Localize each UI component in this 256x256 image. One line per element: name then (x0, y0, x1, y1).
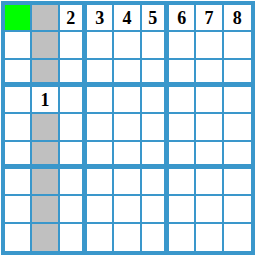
cell-r7c7[interactable] (169, 169, 196, 196)
cell-r7c6[interactable] (142, 169, 169, 196)
cell-r5c2[interactable] (32, 114, 59, 141)
cell-r6c2[interactable] (32, 142, 59, 169)
cell-r7c5[interactable] (114, 169, 141, 196)
cell-r6c6[interactable] (142, 142, 169, 169)
cell-r2c9[interactable] (224, 32, 251, 59)
cell-r2c3[interactable] (60, 32, 87, 59)
cell-r8c6[interactable] (142, 196, 169, 223)
cell-r8c5[interactable] (114, 196, 141, 223)
cell-r9c6[interactable] (142, 224, 169, 251)
cell-r4c8[interactable] (196, 87, 223, 114)
sudoku-board: 23456781 (1, 1, 255, 255)
cell-r9c5[interactable] (114, 224, 141, 251)
cell-r3c3[interactable] (60, 60, 87, 87)
cell-r6c9[interactable] (224, 142, 251, 169)
cell-r1c8[interactable]: 7 (196, 5, 223, 32)
cell-r8c1[interactable] (5, 196, 32, 223)
cell-r3c6[interactable] (142, 60, 169, 87)
cell-r4c4[interactable] (87, 87, 114, 114)
cell-r4c7[interactable] (169, 87, 196, 114)
cell-r5c6[interactable] (142, 114, 169, 141)
cell-r3c2[interactable] (32, 60, 59, 87)
cell-r4c3[interactable] (60, 87, 87, 114)
cell-r2c4[interactable] (87, 32, 114, 59)
cell-r3c5[interactable] (114, 60, 141, 87)
cell-r5c4[interactable] (87, 114, 114, 141)
cell-r9c2[interactable] (32, 224, 59, 251)
digit-r4c2: 1 (40, 91, 49, 109)
cell-r6c3[interactable] (60, 142, 87, 169)
cell-r3c4[interactable] (87, 60, 114, 87)
digit-r1c4: 3 (95, 9, 104, 27)
cell-r9c4[interactable] (87, 224, 114, 251)
cell-r4c1[interactable] (5, 87, 32, 114)
cell-r1c6[interactable]: 5 (142, 5, 169, 32)
cell-r5c5[interactable] (114, 114, 141, 141)
digit-r1c3: 2 (66, 9, 75, 27)
cell-r8c7[interactable] (169, 196, 196, 223)
digit-r1c5: 4 (122, 9, 131, 27)
cell-r7c3[interactable] (60, 169, 87, 196)
cell-r6c1[interactable] (5, 142, 32, 169)
cell-r3c8[interactable] (196, 60, 223, 87)
cell-r5c7[interactable] (169, 114, 196, 141)
cell-r6c8[interactable] (196, 142, 223, 169)
digit-r1c9: 8 (233, 9, 242, 27)
cell-r2c8[interactable] (196, 32, 223, 59)
cell-r8c4[interactable] (87, 196, 114, 223)
cell-r8c9[interactable] (224, 196, 251, 223)
cell-r4c6[interactable] (142, 87, 169, 114)
cell-r1c3[interactable]: 2 (60, 5, 87, 32)
cell-r1c2[interactable] (32, 5, 59, 32)
cell-r6c7[interactable] (169, 142, 196, 169)
cell-r2c2[interactable] (32, 32, 59, 59)
cell-r7c8[interactable] (196, 169, 223, 196)
cell-r5c1[interactable] (5, 114, 32, 141)
cell-r7c2[interactable] (32, 169, 59, 196)
cell-r5c3[interactable] (60, 114, 87, 141)
cell-r4c2[interactable]: 1 (32, 87, 59, 114)
cell-r1c4[interactable]: 3 (87, 5, 114, 32)
cell-r2c7[interactable] (169, 32, 196, 59)
cell-r9c8[interactable] (196, 224, 223, 251)
cell-r5c9[interactable] (224, 114, 251, 141)
cell-r1c5[interactable]: 4 (114, 5, 141, 32)
cell-r6c4[interactable] (87, 142, 114, 169)
cell-r1c7[interactable]: 6 (169, 5, 196, 32)
cell-r4c9[interactable] (224, 87, 251, 114)
cell-r4c5[interactable] (114, 87, 141, 114)
cell-r6c5[interactable] (114, 142, 141, 169)
cell-r7c9[interactable] (224, 169, 251, 196)
cell-r8c2[interactable] (32, 196, 59, 223)
cell-r2c5[interactable] (114, 32, 141, 59)
cell-r5c8[interactable] (196, 114, 223, 141)
cell-r7c1[interactable] (5, 169, 32, 196)
cell-r2c1[interactable] (5, 32, 32, 59)
cell-r2c6[interactable] (142, 32, 169, 59)
cell-r8c3[interactable] (60, 196, 87, 223)
cell-r9c7[interactable] (169, 224, 196, 251)
cell-r1c1[interactable] (5, 5, 32, 32)
cell-r9c3[interactable] (60, 224, 87, 251)
digit-r1c8: 7 (204, 9, 213, 27)
cell-r9c9[interactable] (224, 224, 251, 251)
cell-r1c9[interactable]: 8 (224, 5, 251, 32)
cell-r8c8[interactable] (196, 196, 223, 223)
cell-r3c9[interactable] (224, 60, 251, 87)
cell-r7c4[interactable] (87, 169, 114, 196)
digit-r1c7: 6 (177, 9, 186, 27)
cell-r3c1[interactable] (5, 60, 32, 87)
digit-r1c6: 5 (148, 9, 157, 27)
cell-r9c1[interactable] (5, 224, 32, 251)
cell-r3c7[interactable] (169, 60, 196, 87)
